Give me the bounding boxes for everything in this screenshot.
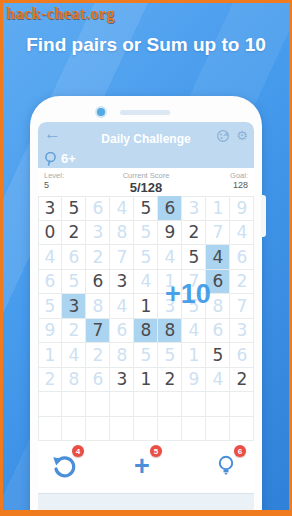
- grid-cell[interactable]: 7: [86, 319, 110, 344]
- grid-cell[interactable]: 3: [230, 319, 254, 344]
- grid-cell[interactable]: 6: [86, 368, 110, 393]
- grid-cell[interactable]: 6: [62, 245, 86, 270]
- phone-speaker-slot: [120, 110, 170, 115]
- grid-cell[interactable]: 5: [134, 245, 158, 270]
- age-rating-row: 6+: [43, 149, 76, 167]
- magnifier-icon: [43, 150, 58, 167]
- grid-cell[interactable]: [134, 392, 158, 417]
- grid-cell[interactable]: 9: [182, 368, 206, 393]
- palette-icon[interactable]: [216, 129, 230, 143]
- grid-cell[interactable]: 4: [182, 319, 206, 344]
- app-header: ← Daily Challenge ⚙ 6+: [38, 122, 254, 168]
- grid-cell[interactable]: 3: [110, 270, 134, 295]
- grid-cell[interactable]: [230, 392, 254, 417]
- grid-cell[interactable]: 2: [62, 319, 86, 344]
- grid-cell[interactable]: 8: [158, 319, 182, 344]
- undo-button[interactable]: 4: [44, 447, 84, 487]
- grid-cell[interactable]: 3: [182, 196, 206, 221]
- grid-cell[interactable]: 8: [134, 319, 158, 344]
- hint-count-badge: 6: [234, 445, 246, 457]
- grid-cell[interactable]: [158, 417, 182, 442]
- grid-cell[interactable]: [110, 392, 134, 417]
- grid-cell[interactable]: 6: [86, 270, 110, 295]
- grid-cell[interactable]: 2: [86, 245, 110, 270]
- grid-cell[interactable]: 6: [206, 319, 230, 344]
- scoreboard: Level: 5 Current Score 5/128 Goal: 128: [38, 168, 254, 196]
- grid-cell[interactable]: 6: [158, 196, 182, 221]
- settings-gear-icon[interactable]: ⚙: [235, 129, 249, 143]
- lightbulb-icon: [213, 453, 239, 479]
- phone-mockup: ← Daily Challenge ⚙ 6+: [30, 96, 262, 516]
- grid-cell[interactable]: [62, 417, 86, 442]
- grid-cell[interactable]: 5: [62, 270, 86, 295]
- watermark-text: hack-cheat.org: [6, 5, 115, 23]
- grid-cell[interactable]: [206, 417, 230, 442]
- grid-cell[interactable]: 5: [62, 196, 86, 221]
- grid-cell[interactable]: 6: [86, 196, 110, 221]
- grid-cell[interactable]: [206, 392, 230, 417]
- grid-cell[interactable]: 1: [38, 343, 62, 368]
- grid-cell[interactable]: 4: [110, 196, 134, 221]
- grid-cell[interactable]: 4: [38, 245, 62, 270]
- grid-cell[interactable]: 5: [134, 343, 158, 368]
- grid-cell[interactable]: [110, 417, 134, 442]
- undo-count-badge: 4: [72, 445, 84, 457]
- grid-cell[interactable]: 7: [206, 221, 230, 246]
- app-screen: ← Daily Challenge ⚙ 6+: [38, 122, 254, 516]
- grid-cell[interactable]: [134, 417, 158, 442]
- grid-cell[interactable]: 5: [134, 196, 158, 221]
- phone-power-button: [261, 195, 266, 237]
- grid-cell[interactable]: 4: [134, 270, 158, 295]
- grid-cell[interactable]: 3: [110, 368, 134, 393]
- grid-cell[interactable]: 8: [110, 221, 134, 246]
- grid-cell[interactable]: 3: [38, 196, 62, 221]
- grid-cell[interactable]: 5: [134, 221, 158, 246]
- score-value: 5/128: [38, 180, 254, 195]
- grid-cell[interactable]: 6: [110, 319, 134, 344]
- bottom-toolbar: 4 + 5 6: [38, 441, 254, 493]
- grid-cell[interactable]: 0: [38, 221, 62, 246]
- score-popup: +10: [165, 279, 211, 310]
- grid-cell[interactable]: 2: [182, 221, 206, 246]
- grid-cell[interactable]: [86, 417, 110, 442]
- grid-cell[interactable]: 4: [62, 343, 86, 368]
- grid-cell[interactable]: 2: [62, 221, 86, 246]
- grid-cell[interactable]: 9: [38, 319, 62, 344]
- grid-cell[interactable]: 2: [38, 368, 62, 393]
- grid-cell[interactable]: 4: [110, 294, 134, 319]
- screenshot-frame: hack-cheat.org Find pairs or Sum up to 1…: [0, 0, 292, 516]
- grid-cell[interactable]: [230, 417, 254, 442]
- grid-cell[interactable]: 8: [62, 368, 86, 393]
- grid-cell[interactable]: 6: [38, 270, 62, 295]
- grid-cell[interactable]: 8: [86, 294, 110, 319]
- age-badge: 6+: [61, 151, 76, 166]
- grid-cell[interactable]: 2: [230, 368, 254, 393]
- grid-cell[interactable]: [38, 392, 62, 417]
- grid-cell[interactable]: [62, 392, 86, 417]
- grid-cell[interactable]: 4: [206, 245, 230, 270]
- grid-cell[interactable]: [38, 417, 62, 442]
- grid-cell[interactable]: 3: [62, 294, 86, 319]
- number-grid: 3564563190238592744627545466563417625384…: [38, 196, 254, 441]
- add-numbers-button[interactable]: + 5: [122, 447, 162, 487]
- grid-cell[interactable]: 5: [206, 343, 230, 368]
- grid-cell[interactable]: 5: [158, 343, 182, 368]
- score-label: Current Score: [38, 171, 254, 180]
- grid-cell[interactable]: 4: [230, 221, 254, 246]
- grid-cell[interactable]: 9: [230, 196, 254, 221]
- banner-title: Find pairs or Sum up to 10: [0, 34, 292, 56]
- grid-cell[interactable]: 1: [134, 368, 158, 393]
- grid-cell[interactable]: 7: [110, 245, 134, 270]
- grid-cell[interactable]: 2: [230, 270, 254, 295]
- undo-icon: [51, 453, 77, 479]
- grid-cell[interactable]: 7: [230, 294, 254, 319]
- grid-cell[interactable]: 4: [206, 368, 230, 393]
- grid-cell[interactable]: 4: [158, 245, 182, 270]
- grid-cell[interactable]: 3: [86, 221, 110, 246]
- phone-bottom-strip: [38, 493, 254, 516]
- phone-camera-dot: [97, 108, 105, 116]
- hint-button[interactable]: 6: [206, 447, 246, 487]
- grid-cell[interactable]: [182, 392, 206, 417]
- grid-cell[interactable]: 1: [134, 294, 158, 319]
- grid-cell[interactable]: [182, 417, 206, 442]
- grid-cell[interactable]: 5: [182, 245, 206, 270]
- grid-cell[interactable]: [158, 392, 182, 417]
- goal-value: 128: [230, 180, 248, 190]
- grid-cell[interactable]: 1: [182, 343, 206, 368]
- goal-label: Goal:: [230, 171, 248, 180]
- grid-cell[interactable]: 6: [230, 343, 254, 368]
- grid-cell[interactable]: 1: [206, 196, 230, 221]
- grid-cell[interactable]: [86, 392, 110, 417]
- grid-cell[interactable]: 9: [158, 221, 182, 246]
- add-count-badge: 5: [150, 445, 162, 457]
- grid-cell[interactable]: 2: [86, 343, 110, 368]
- grid-cell[interactable]: 8: [110, 343, 134, 368]
- grid-cell[interactable]: 5: [38, 294, 62, 319]
- grid-cell[interactable]: 2: [158, 368, 182, 393]
- grid-cell[interactable]: 6: [230, 245, 254, 270]
